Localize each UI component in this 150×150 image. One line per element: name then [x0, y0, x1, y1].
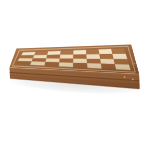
board-square [73, 59, 87, 64]
board-square [73, 54, 86, 58]
board-square [46, 59, 60, 63]
folded-chessboard-image [0, 0, 150, 150]
board-square [60, 55, 74, 59]
board-square [87, 59, 101, 64]
board-square [33, 55, 47, 59]
board-square [45, 62, 60, 66]
board-square [46, 55, 60, 59]
board-square [18, 58, 33, 61]
board-square [101, 64, 116, 70]
brass-hinge-dot [134, 63, 135, 64]
board-square [21, 52, 35, 55]
board-square [99, 49, 113, 54]
board-square [111, 49, 125, 55]
board-square [59, 62, 73, 67]
board-square [59, 59, 73, 63]
board-square [86, 50, 99, 55]
board-square [73, 50, 86, 55]
board-square [87, 63, 102, 68]
board-square [114, 59, 129, 64]
board-square [16, 61, 32, 65]
board-square [60, 51, 73, 55]
board-square [30, 62, 45, 66]
board-square [100, 59, 115, 64]
product-photo [0, 0, 150, 150]
brass-hinge-dot [132, 78, 134, 80]
brass-hinge-dot [124, 76, 126, 78]
board-square [115, 64, 131, 70]
board-square [20, 55, 35, 58]
board-square [113, 54, 128, 59]
board-square [47, 51, 61, 55]
board-square [86, 54, 100, 59]
board-square [32, 58, 47, 62]
board-square [100, 54, 114, 59]
board-square [73, 63, 87, 68]
board-square [34, 52, 48, 56]
